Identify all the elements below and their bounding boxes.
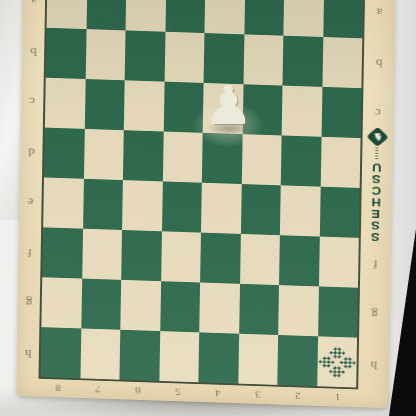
rank-label-bottom: 8 — [38, 379, 78, 398]
logo-letter: C — [371, 185, 381, 197]
us-chess-logo-text: USCHESS — [371, 162, 382, 243]
file-label-left: d — [20, 126, 43, 177]
file-label-right — [362, 138, 393, 189]
rank-label-bottom: 7 — [78, 380, 118, 399]
file-label-left: e — [19, 177, 42, 228]
square — [238, 334, 278, 385]
rank-label-bottom: 6 — [118, 381, 158, 400]
white-pawn: ♟ — [201, 78, 257, 134]
knight-logo-icon: ♞ — [366, 127, 389, 147]
file-label-left: b — [22, 26, 45, 77]
square — [323, 0, 363, 38]
logo-letter: S — [371, 220, 380, 232]
square — [198, 332, 238, 383]
rank-label-bottom: 1 — [318, 388, 358, 407]
left-coordinate-labels: abcdefgh — [17, 0, 46, 379]
logo-fine-print — [375, 147, 378, 160]
square — [47, 0, 87, 29]
logo-letter: S — [372, 173, 381, 185]
square — [119, 330, 159, 381]
square — [80, 328, 120, 379]
logo-letter: S — [371, 231, 380, 243]
knight-glyph: ♞ — [372, 131, 383, 142]
file-label-left: a — [23, 0, 46, 26]
square — [159, 331, 199, 382]
photo-scene: 87654321 87654321 abcdefgh abcfgh ♞ USCH… — [0, 0, 416, 416]
file-label-left: h — [17, 328, 40, 379]
chess-board-mat: 87654321 87654321 abcdefgh abcfgh ♞ USCH… — [16, 0, 396, 408]
logo-letter: U — [372, 162, 382, 174]
logo-letter: H — [371, 196, 381, 208]
board-grid — [38, 0, 365, 389]
checkered-diamond-tile — [328, 364, 345, 379]
file-label-right: h — [358, 339, 389, 390]
square — [41, 327, 81, 378]
rank-label-bottom: 3 — [238, 385, 278, 404]
rank-label-bottom: 4 — [198, 384, 238, 403]
logo-letter: E — [371, 208, 380, 220]
board-perspective-wrap: 87654321 87654321 abcdefgh abcfgh ♞ USCH… — [16, 0, 388, 402]
rank-label-bottom: 2 — [278, 387, 318, 406]
rank-label-bottom: 5 — [158, 383, 198, 402]
file-label-left: c — [21, 76, 44, 127]
